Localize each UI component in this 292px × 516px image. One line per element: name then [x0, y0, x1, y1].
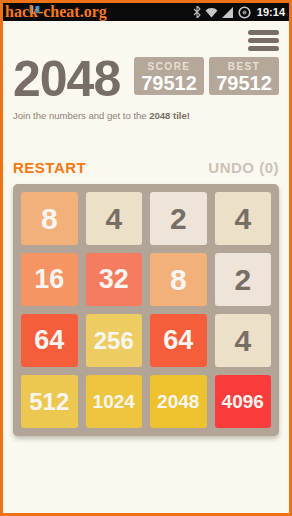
menu-bar: [248, 46, 279, 51]
restart-button[interactable]: RESTART: [13, 159, 86, 176]
score-value: 79512: [141, 73, 197, 93]
tile-64: 64: [150, 314, 207, 367]
tile-32: 32: [86, 253, 143, 306]
game-board[interactable]: 842416328264256644512102420484096: [13, 184, 279, 436]
tile-512: 512: [21, 375, 78, 428]
page-title: 2048: [13, 57, 120, 101]
battery-circle-icon: [238, 6, 251, 19]
best-box: BEST 79512: [209, 57, 279, 95]
subtitle: Join the numbers and get to the 2048 til…: [13, 110, 279, 121]
undo-button[interactable]: UNDO (0): [208, 159, 279, 176]
status-icons: 19:14: [193, 6, 285, 19]
phone-screen: ▮▮ hack-cheat.org: [0, 0, 292, 516]
clock-text: 19:14: [257, 6, 285, 18]
tile-4: 4: [215, 314, 272, 367]
tile-16: 16: [21, 253, 78, 306]
tile-8: 8: [21, 192, 78, 245]
tile-1024: 1024: [86, 375, 143, 428]
tile-2: 2: [215, 253, 272, 306]
best-label: BEST: [228, 61, 261, 73]
tile-2: 2: [150, 192, 207, 245]
score-panel: SCORE 79512 BEST 79512: [134, 57, 279, 95]
bluetooth-icon: [193, 6, 201, 18]
menu-button[interactable]: [248, 30, 279, 51]
status-bar: ▮▮ hack-cheat.org: [3, 3, 289, 21]
menu-bar: [248, 38, 279, 43]
score-label: SCORE: [147, 61, 190, 73]
tile-4: 4: [86, 192, 143, 245]
signal-icon: [222, 7, 234, 18]
tile-2048: 2048: [150, 375, 207, 428]
controls-row: RESTART UNDO (0): [13, 159, 279, 176]
tile-256: 256: [86, 314, 143, 367]
watermark-text: hack-cheat.org: [5, 4, 107, 20]
watermark-area: ▮▮ hack-cheat.org: [5, 3, 107, 21]
wifi-icon: [205, 7, 218, 18]
tile-8: 8: [150, 253, 207, 306]
game-area: 2048 SCORE 79512 BEST 79512 Join the num…: [3, 30, 289, 436]
tile-4: 4: [215, 192, 272, 245]
tile-4096: 4096: [215, 375, 272, 428]
best-value: 79512: [216, 73, 272, 93]
tile-64: 64: [21, 314, 78, 367]
score-box: SCORE 79512: [134, 57, 204, 95]
menu-bar: [248, 30, 279, 35]
